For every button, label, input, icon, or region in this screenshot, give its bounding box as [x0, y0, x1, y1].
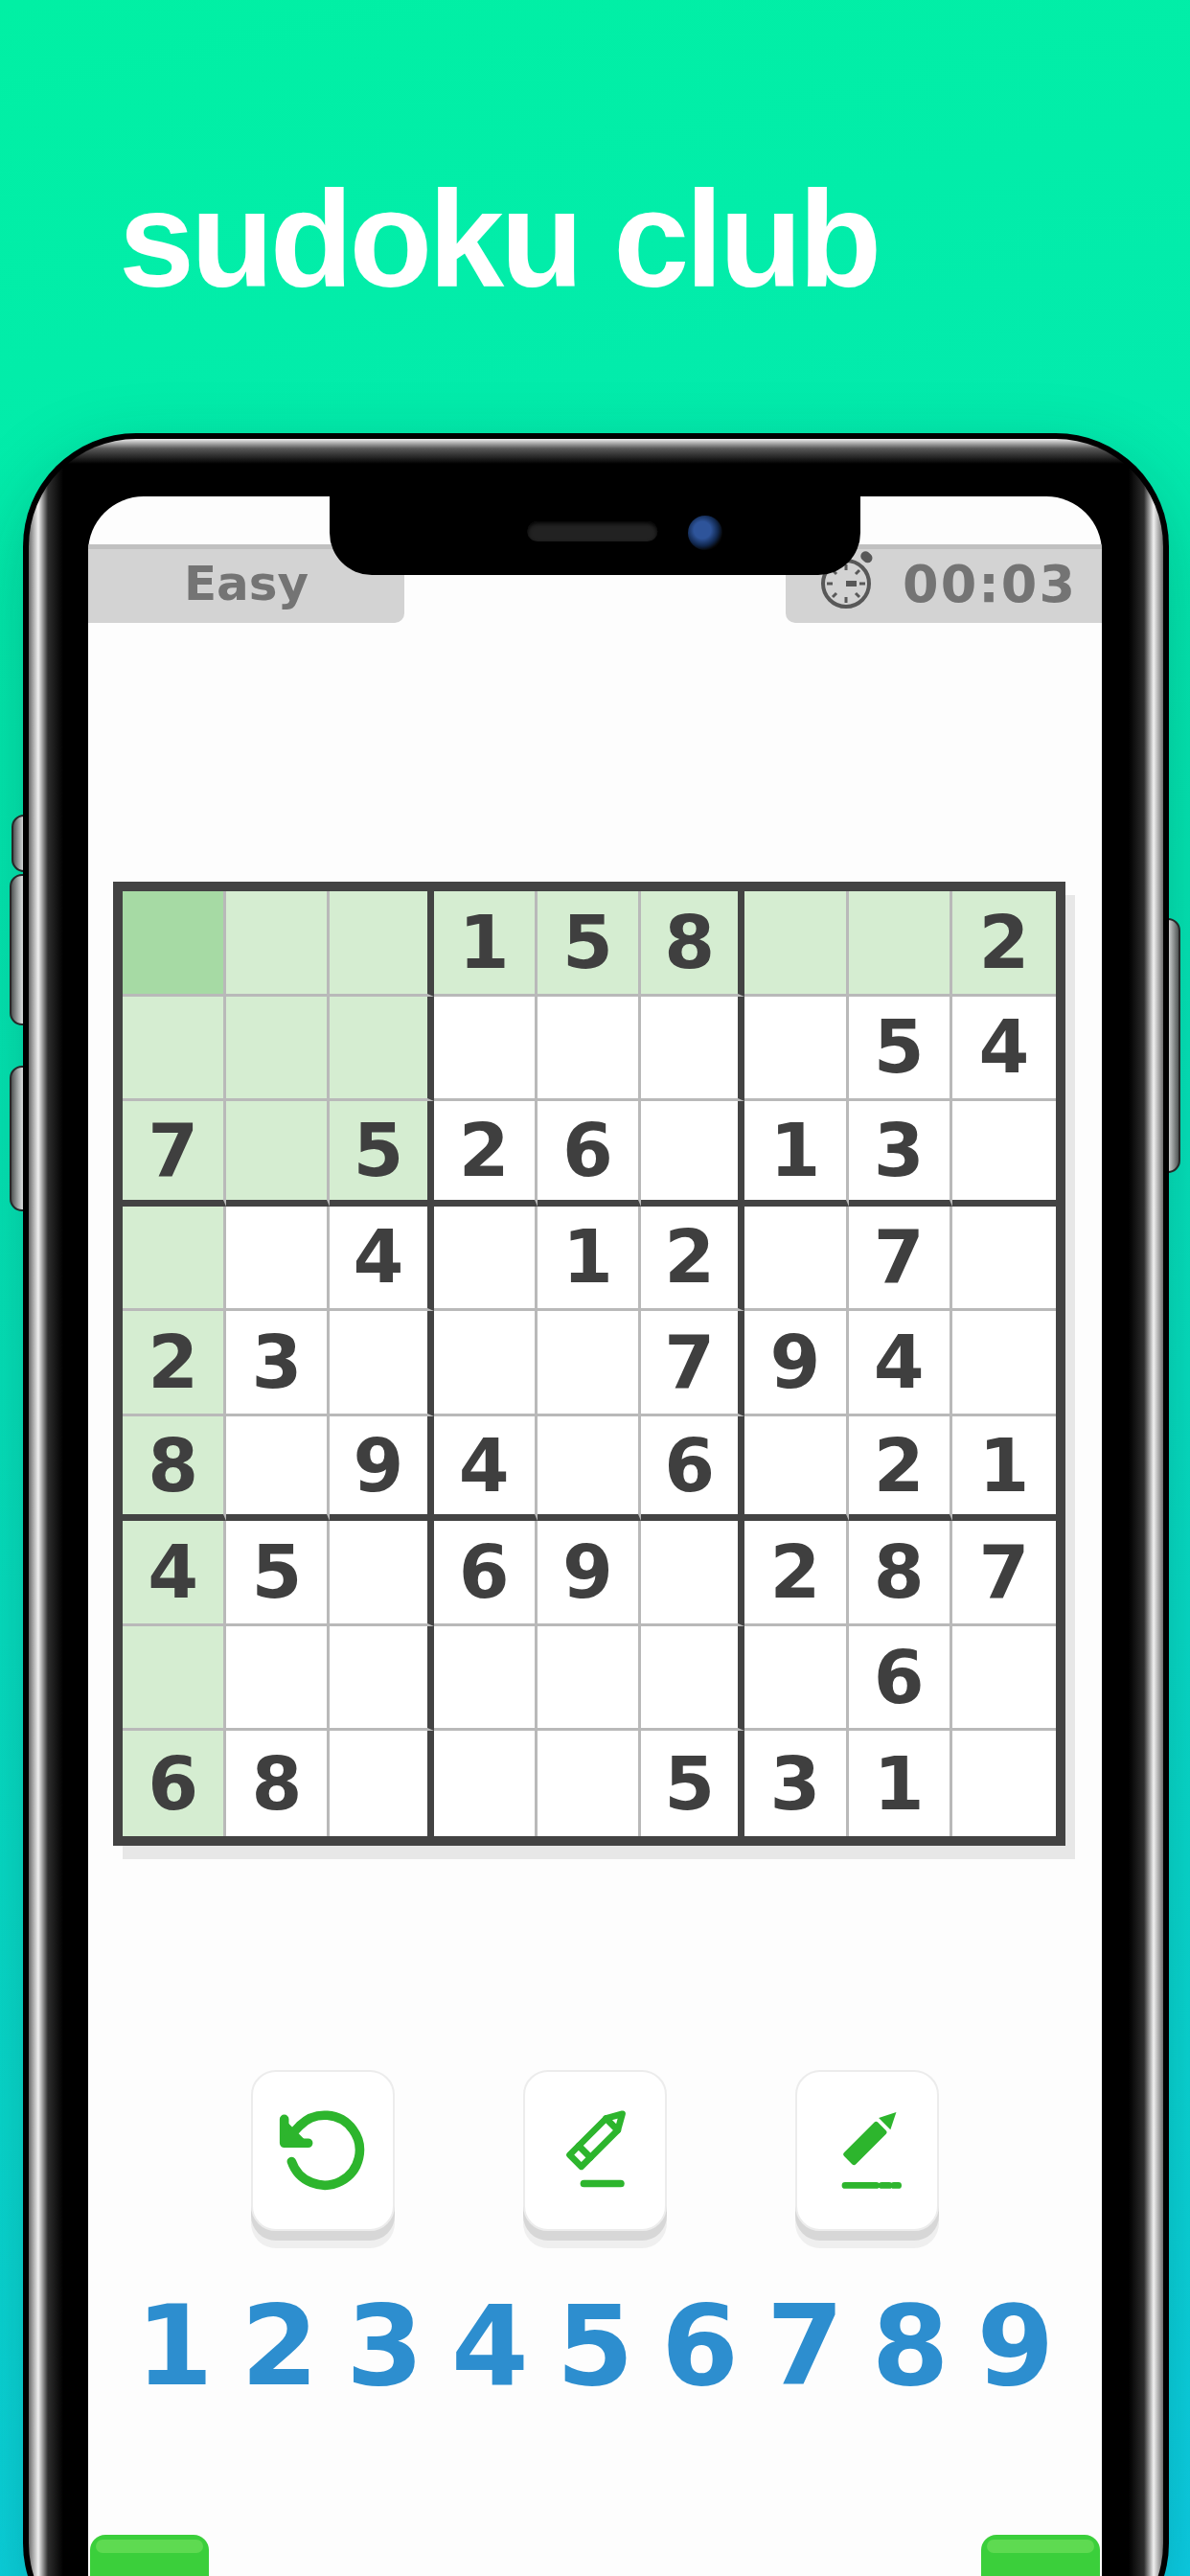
phone-frame: Easy: [23, 433, 1169, 2576]
cell-r6c8[interactable]: 2: [849, 1416, 952, 1522]
numpad-4[interactable]: 4: [451, 2290, 529, 2402]
cell-r7c3[interactable]: [330, 1521, 433, 1626]
bottom-right-button[interactable]: [981, 2535, 1100, 2576]
cell-r3c1[interactable]: 7: [123, 1101, 226, 1207]
cell-r4c2[interactable]: [226, 1207, 330, 1312]
cell-r8c5[interactable]: [538, 1626, 641, 1732]
cell-r7c1[interactable]: 4: [123, 1521, 226, 1626]
cell-r6c4[interactable]: 4: [434, 1416, 538, 1522]
cell-r6c5[interactable]: [538, 1416, 641, 1522]
cell-r5c6[interactable]: 7: [641, 1311, 744, 1416]
cell-r3c4[interactable]: 2: [434, 1101, 538, 1207]
cell-r2c7[interactable]: [744, 997, 848, 1102]
cell-r2c1[interactable]: [123, 997, 226, 1102]
cell-r7c7[interactable]: 2: [744, 1521, 848, 1626]
cell-r8c1[interactable]: [123, 1626, 226, 1732]
cell-r2c9[interactable]: 4: [952, 997, 1056, 1102]
cell-r4c6[interactable]: 2: [641, 1207, 744, 1312]
cell-r6c7[interactable]: [744, 1416, 848, 1522]
cell-r4c4[interactable]: [434, 1207, 538, 1312]
bottom-left-button[interactable]: [90, 2535, 209, 2576]
eraser-pencil-icon: [549, 2103, 641, 2198]
cell-r3c9[interactable]: [952, 1101, 1056, 1207]
cell-r9c5[interactable]: [538, 1731, 641, 1836]
cell-r9c3[interactable]: [330, 1731, 433, 1836]
cell-r9c8[interactable]: 1: [849, 1731, 952, 1836]
cell-r8c6[interactable]: [641, 1626, 744, 1732]
cell-r7c4[interactable]: 6: [434, 1521, 538, 1626]
cell-r7c6[interactable]: [641, 1521, 744, 1626]
cell-r1c3[interactable]: [330, 891, 433, 997]
speaker-icon: [527, 521, 657, 541]
numpad-7[interactable]: 7: [767, 2290, 844, 2402]
cell-r1c7[interactable]: [744, 891, 848, 997]
cell-r8c7[interactable]: [744, 1626, 848, 1732]
cell-r9c4[interactable]: [434, 1731, 538, 1836]
pencil-icon: [821, 2103, 913, 2198]
cell-r5c5[interactable]: [538, 1311, 641, 1416]
cell-r7c9[interactable]: 7: [952, 1521, 1056, 1626]
cell-r8c8[interactable]: 6: [849, 1626, 952, 1732]
cell-r3c7[interactable]: 1: [744, 1101, 848, 1207]
cell-r6c6[interactable]: 6: [641, 1416, 744, 1522]
cell-r9c7[interactable]: 3: [744, 1731, 848, 1836]
cell-r6c9[interactable]: 1: [952, 1416, 1056, 1522]
cell-r2c5[interactable]: [538, 997, 641, 1102]
cell-r3c6[interactable]: [641, 1101, 744, 1207]
cell-r2c2[interactable]: [226, 997, 330, 1102]
undo-button[interactable]: [251, 2070, 395, 2231]
cell-r5c9[interactable]: [952, 1311, 1056, 1416]
numpad-9[interactable]: 9: [977, 2290, 1055, 2402]
cell-r1c6[interactable]: 8: [641, 891, 744, 997]
cell-r3c8[interactable]: 3: [849, 1101, 952, 1207]
numpad-5[interactable]: 5: [557, 2290, 634, 2402]
cell-r5c1[interactable]: 2: [123, 1311, 226, 1416]
cell-r8c4[interactable]: [434, 1626, 538, 1732]
sudoku-board: 1582547526134127237948946214569287668531: [113, 882, 1065, 1846]
cell-r2c4[interactable]: [434, 997, 538, 1102]
undo-icon: [277, 2103, 369, 2198]
cell-r6c3[interactable]: 9: [330, 1416, 433, 1522]
cell-r5c2[interactable]: 3: [226, 1311, 330, 1416]
difficulty-label: Easy: [184, 556, 309, 611]
cell-r4c9[interactable]: [952, 1207, 1056, 1312]
cell-r7c2[interactable]: 5: [226, 1521, 330, 1626]
timer-value: 00:03: [878, 554, 1102, 614]
cell-r9c1[interactable]: 6: [123, 1731, 226, 1836]
cell-r4c7[interactable]: [744, 1207, 848, 1312]
camera-icon: [688, 516, 722, 550]
action-button-row: [88, 2070, 1102, 2231]
cell-r1c5[interactable]: 5: [538, 891, 641, 997]
cell-r2c8[interactable]: 5: [849, 997, 952, 1102]
cell-r1c2[interactable]: [226, 891, 330, 997]
cell-r1c9[interactable]: 2: [952, 891, 1056, 997]
erase-button[interactable]: [523, 2070, 667, 2231]
cell-r1c4[interactable]: 1: [434, 891, 538, 997]
cell-r9c9[interactable]: [952, 1731, 1056, 1836]
numpad-3[interactable]: 3: [346, 2290, 423, 2402]
cell-r3c3[interactable]: 5: [330, 1101, 433, 1207]
cell-r7c5[interactable]: 9: [538, 1521, 641, 1626]
numpad-1[interactable]: 1: [136, 2290, 214, 2402]
numpad-6[interactable]: 6: [661, 2290, 739, 2402]
cell-r3c5[interactable]: 6: [538, 1101, 641, 1207]
phone-screen: Easy: [88, 496, 1102, 2576]
cell-r3c2[interactable]: [226, 1101, 330, 1207]
cell-r4c1[interactable]: [123, 1207, 226, 1312]
cell-r5c4[interactable]: [434, 1311, 538, 1416]
cell-r9c6[interactable]: 5: [641, 1731, 744, 1836]
numpad-8[interactable]: 8: [872, 2290, 950, 2402]
cell-r7c8[interactable]: 8: [849, 1521, 952, 1626]
cell-r1c8[interactable]: [849, 891, 952, 997]
cell-r8c3[interactable]: [330, 1626, 433, 1732]
number-pad: 123456789: [88, 2290, 1102, 2402]
cell-r5c8[interactable]: 4: [849, 1311, 952, 1416]
notes-button[interactable]: [795, 2070, 939, 2231]
cell-r4c3[interactable]: 4: [330, 1207, 433, 1312]
cell-r2c6[interactable]: [641, 997, 744, 1102]
numpad-2[interactable]: 2: [240, 2290, 318, 2402]
cell-r4c5[interactable]: 1: [538, 1207, 641, 1312]
cell-r5c7[interactable]: 9: [744, 1311, 848, 1416]
cell-r8c2[interactable]: [226, 1626, 330, 1732]
app-title: sudoku club: [119, 161, 878, 318]
cell-r6c2[interactable]: [226, 1416, 330, 1522]
cell-r2c3[interactable]: [330, 997, 433, 1102]
cell-r1c1[interactable]: [123, 891, 226, 997]
cell-r6c1[interactable]: 8: [123, 1416, 226, 1522]
notch: [330, 496, 860, 575]
cell-r8c9[interactable]: [952, 1626, 1056, 1732]
cell-r5c3[interactable]: [330, 1311, 433, 1416]
cell-r4c8[interactable]: 7: [849, 1207, 952, 1312]
cell-r9c2[interactable]: 8: [226, 1731, 330, 1836]
